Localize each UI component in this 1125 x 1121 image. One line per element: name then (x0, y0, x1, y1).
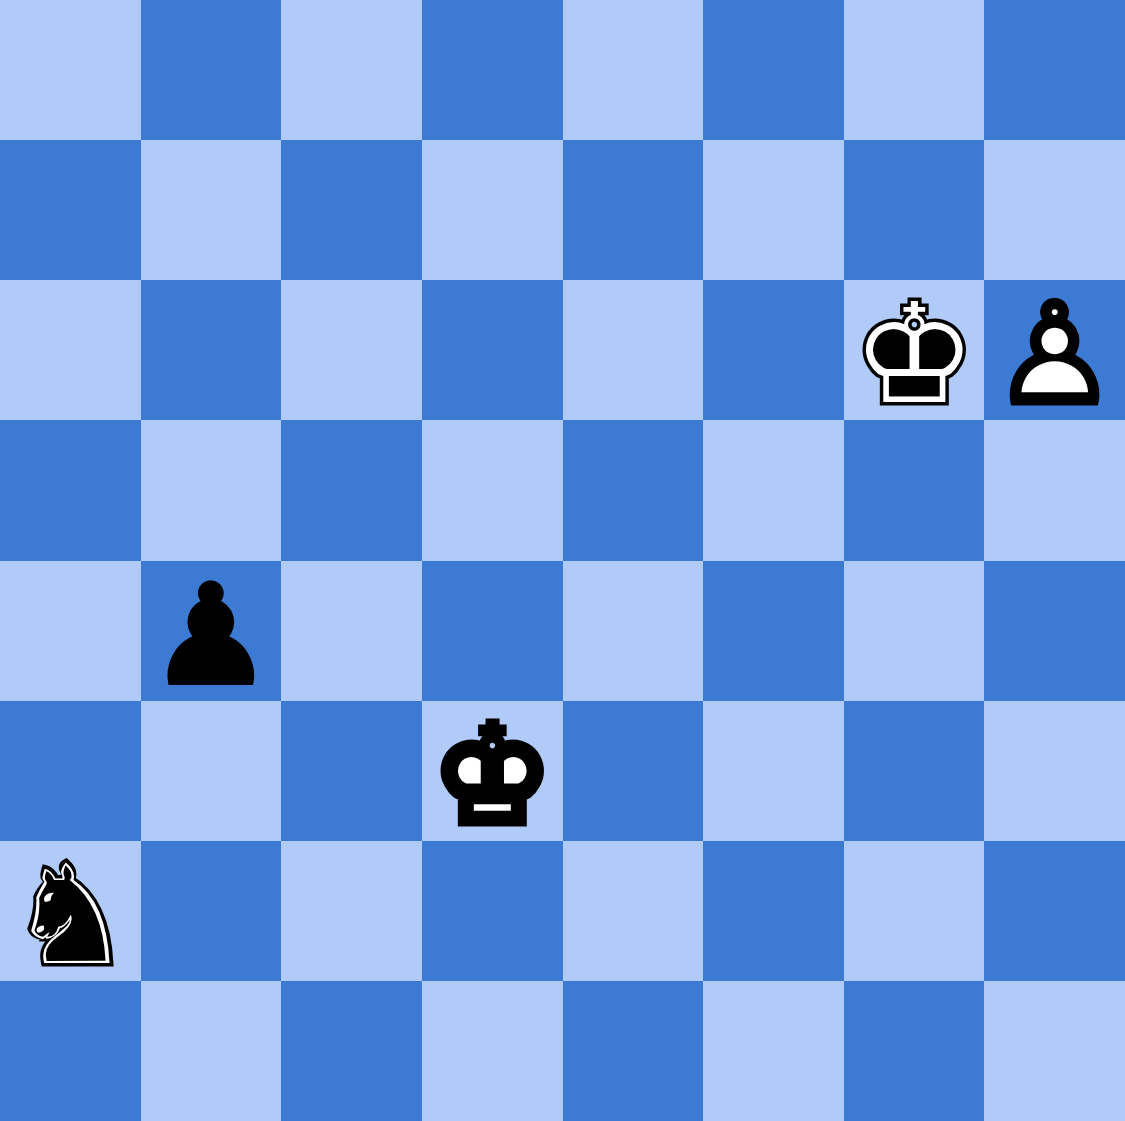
square-d1[interactable] (422, 981, 563, 1121)
square-h6[interactable]: ♟♙ (984, 280, 1125, 420)
square-a2[interactable]: ♞♘ (0, 841, 141, 981)
square-d7[interactable] (422, 140, 563, 280)
square-a5[interactable] (0, 420, 141, 560)
square-d2[interactable] (422, 841, 563, 981)
square-h2[interactable] (984, 841, 1125, 981)
white-king-d3[interactable]: ♚♔ (422, 701, 563, 841)
square-b2[interactable] (141, 841, 282, 981)
square-e5[interactable] (563, 420, 704, 560)
square-b8[interactable] (141, 0, 282, 140)
square-a1[interactable] (0, 981, 141, 1121)
square-e7[interactable] (563, 140, 704, 280)
square-e3[interactable] (563, 701, 704, 841)
square-d3[interactable]: ♚♔ (422, 701, 563, 841)
square-a7[interactable] (0, 140, 141, 280)
square-h1[interactable] (984, 981, 1125, 1121)
square-c2[interactable] (281, 841, 422, 981)
black-king-glyph: ♚ (844, 285, 985, 425)
square-c1[interactable] (281, 981, 422, 1121)
square-b1[interactable] (141, 981, 282, 1121)
square-h7[interactable] (984, 140, 1125, 280)
square-c6[interactable] (281, 280, 422, 420)
chess-board-container: ♚♔♟♙♟♚♔♞♘ (0, 0, 1125, 1121)
square-d4[interactable] (422, 561, 563, 701)
black-knight-glyph: ♞ (0, 846, 141, 986)
square-c4[interactable] (281, 561, 422, 701)
chess-board: ♚♔♟♙♟♚♔♞♘ (0, 0, 1125, 1121)
black-knight-a2[interactable]: ♞♘ (0, 841, 141, 981)
square-g6[interactable]: ♚♔ (844, 280, 985, 420)
white-king-glyph: ♚ (422, 706, 563, 846)
square-g8[interactable] (844, 0, 985, 140)
black-pawn-b4[interactable]: ♟ (141, 561, 282, 701)
square-d8[interactable] (422, 0, 563, 140)
square-e8[interactable] (563, 0, 704, 140)
square-b7[interactable] (141, 140, 282, 280)
black-king-g6[interactable]: ♚♔ (844, 280, 985, 420)
square-c5[interactable] (281, 420, 422, 560)
square-e4[interactable] (563, 561, 704, 701)
square-b3[interactable] (141, 701, 282, 841)
square-e1[interactable] (563, 981, 704, 1121)
black-knight-glyph: ♘ (0, 846, 141, 986)
square-b6[interactable] (141, 280, 282, 420)
white-pawn-h6[interactable]: ♟♙ (984, 280, 1125, 420)
black-pawn-glyph: ♟ (141, 566, 282, 706)
square-e2[interactable] (563, 841, 704, 981)
square-f1[interactable] (703, 981, 844, 1121)
square-b4[interactable]: ♟ (141, 561, 282, 701)
black-king-glyph: ♔ (844, 285, 985, 425)
square-d6[interactable] (422, 280, 563, 420)
square-g4[interactable] (844, 561, 985, 701)
square-a4[interactable] (0, 561, 141, 701)
square-h3[interactable] (984, 701, 1125, 841)
square-d5[interactable] (422, 420, 563, 560)
square-e6[interactable] (563, 280, 704, 420)
square-g3[interactable] (844, 701, 985, 841)
square-c3[interactable] (281, 701, 422, 841)
square-c8[interactable] (281, 0, 422, 140)
square-h4[interactable] (984, 561, 1125, 701)
square-g1[interactable] (844, 981, 985, 1121)
square-a8[interactable] (0, 0, 141, 140)
square-f4[interactable] (703, 561, 844, 701)
square-g2[interactable] (844, 841, 985, 981)
white-pawn-glyph: ♟ (984, 285, 1125, 425)
square-g5[interactable] (844, 420, 985, 560)
white-king-glyph: ♔ (422, 706, 563, 846)
square-h5[interactable] (984, 420, 1125, 560)
square-c7[interactable] (281, 140, 422, 280)
square-a3[interactable] (0, 701, 141, 841)
square-f3[interactable] (703, 701, 844, 841)
square-a6[interactable] (0, 280, 141, 420)
square-f5[interactable] (703, 420, 844, 560)
white-pawn-glyph: ♙ (984, 285, 1125, 425)
square-f2[interactable] (703, 841, 844, 981)
square-f7[interactable] (703, 140, 844, 280)
square-b5[interactable] (141, 420, 282, 560)
square-f8[interactable] (703, 0, 844, 140)
square-f6[interactable] (703, 280, 844, 420)
square-g7[interactable] (844, 140, 985, 280)
square-h8[interactable] (984, 0, 1125, 140)
